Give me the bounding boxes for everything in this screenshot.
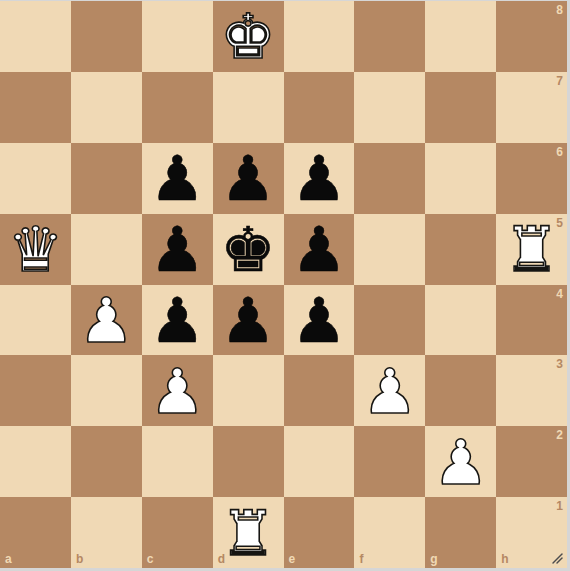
black-pawn[interactable]: ♟ bbox=[220, 290, 276, 352]
square-c6[interactable]: ♟ bbox=[142, 143, 213, 214]
square-b3[interactable] bbox=[71, 355, 142, 426]
square-e4[interactable]: ♟ bbox=[284, 285, 355, 356]
square-d1[interactable]: d♜ bbox=[213, 497, 284, 568]
white-king[interactable]: ♚ bbox=[220, 6, 276, 68]
square-g7[interactable] bbox=[425, 72, 496, 143]
square-a8[interactable] bbox=[0, 1, 71, 72]
square-b6[interactable] bbox=[71, 143, 142, 214]
chess-board: ♚87♟♟♟6♛♟♚♟5♜♟♟♟♟4♟♟3♟2abcd♜efg1h bbox=[0, 1, 567, 568]
square-e5[interactable]: ♟ bbox=[284, 214, 355, 285]
black-pawn[interactable]: ♟ bbox=[291, 219, 347, 281]
square-b4[interactable]: ♟ bbox=[71, 285, 142, 356]
square-c1[interactable]: c bbox=[142, 497, 213, 568]
square-h6[interactable]: 6 bbox=[496, 143, 567, 214]
square-g3[interactable] bbox=[425, 355, 496, 426]
black-king[interactable]: ♚ bbox=[220, 219, 276, 281]
square-b8[interactable] bbox=[71, 1, 142, 72]
square-c4[interactable]: ♟ bbox=[142, 285, 213, 356]
square-d8[interactable]: ♚ bbox=[213, 1, 284, 72]
square-f4[interactable] bbox=[354, 285, 425, 356]
square-e3[interactable] bbox=[284, 355, 355, 426]
square-a4[interactable] bbox=[0, 285, 71, 356]
square-g1[interactable]: g bbox=[425, 497, 496, 568]
file-label-g: g bbox=[430, 553, 437, 565]
white-pawn[interactable]: ♟ bbox=[79, 290, 135, 352]
black-pawn[interactable]: ♟ bbox=[291, 148, 347, 210]
square-a3[interactable] bbox=[0, 355, 71, 426]
rank-label-8: 8 bbox=[556, 4, 563, 16]
square-h5[interactable]: 5♜ bbox=[496, 214, 567, 285]
square-b1[interactable]: b bbox=[71, 497, 142, 568]
black-pawn[interactable]: ♟ bbox=[220, 148, 276, 210]
square-f1[interactable]: f bbox=[354, 497, 425, 568]
square-a2[interactable] bbox=[0, 426, 71, 497]
square-h2[interactable]: 2 bbox=[496, 426, 567, 497]
square-b7[interactable] bbox=[71, 72, 142, 143]
file-label-a: a bbox=[5, 553, 12, 565]
square-e2[interactable] bbox=[284, 426, 355, 497]
square-e6[interactable]: ♟ bbox=[284, 143, 355, 214]
square-g6[interactable] bbox=[425, 143, 496, 214]
white-rook[interactable]: ♜ bbox=[220, 503, 276, 565]
rank-label-3: 3 bbox=[556, 358, 563, 370]
white-rook[interactable]: ♜ bbox=[504, 219, 560, 281]
square-h8[interactable]: 8 bbox=[496, 1, 567, 72]
square-h4[interactable]: 4 bbox=[496, 285, 567, 356]
square-d6[interactable]: ♟ bbox=[213, 143, 284, 214]
square-f3[interactable]: ♟ bbox=[354, 355, 425, 426]
square-b2[interactable] bbox=[71, 426, 142, 497]
square-h7[interactable]: 7 bbox=[496, 72, 567, 143]
square-a7[interactable] bbox=[0, 72, 71, 143]
square-a6[interactable] bbox=[0, 143, 71, 214]
white-pawn[interactable]: ♟ bbox=[362, 361, 418, 423]
white-pawn[interactable]: ♟ bbox=[149, 361, 205, 423]
square-c2[interactable] bbox=[142, 426, 213, 497]
board-page: ♚87♟♟♟6♛♟♚♟5♜♟♟♟♟4♟♟3♟2abcd♜efg1h bbox=[0, 0, 570, 571]
rank-label-1: 1 bbox=[556, 500, 563, 512]
rank-label-7: 7 bbox=[556, 75, 563, 87]
square-f8[interactable] bbox=[354, 1, 425, 72]
black-pawn[interactable]: ♟ bbox=[149, 219, 205, 281]
resize-diagonal-lines bbox=[553, 554, 562, 563]
rank-label-2: 2 bbox=[556, 429, 563, 441]
file-label-f: f bbox=[359, 553, 363, 565]
square-c3[interactable]: ♟ bbox=[142, 355, 213, 426]
white-pawn[interactable]: ♟ bbox=[433, 432, 489, 494]
square-d4[interactable]: ♟ bbox=[213, 285, 284, 356]
square-g5[interactable] bbox=[425, 214, 496, 285]
file-label-c: c bbox=[147, 553, 154, 565]
file-label-b: b bbox=[76, 553, 83, 565]
square-e1[interactable]: e bbox=[284, 497, 355, 568]
square-f7[interactable] bbox=[354, 72, 425, 143]
black-pawn[interactable]: ♟ bbox=[291, 290, 347, 352]
square-d2[interactable] bbox=[213, 426, 284, 497]
square-f6[interactable] bbox=[354, 143, 425, 214]
black-pawn[interactable]: ♟ bbox=[149, 290, 205, 352]
white-queen[interactable]: ♛ bbox=[8, 219, 64, 281]
square-f2[interactable] bbox=[354, 426, 425, 497]
square-g8[interactable] bbox=[425, 1, 496, 72]
file-label-h: h bbox=[501, 553, 508, 565]
square-d5[interactable]: ♚ bbox=[213, 214, 284, 285]
square-g4[interactable] bbox=[425, 285, 496, 356]
square-h3[interactable]: 3 bbox=[496, 355, 567, 426]
square-b5[interactable] bbox=[71, 214, 142, 285]
rank-label-4: 4 bbox=[556, 288, 563, 300]
board-resize-handle[interactable] bbox=[550, 551, 564, 565]
square-f5[interactable] bbox=[354, 214, 425, 285]
square-c8[interactable] bbox=[142, 1, 213, 72]
file-label-e: e bbox=[289, 553, 296, 565]
square-c7[interactable] bbox=[142, 72, 213, 143]
square-a5[interactable]: ♛ bbox=[0, 214, 71, 285]
black-pawn[interactable]: ♟ bbox=[149, 148, 205, 210]
square-a1[interactable]: a bbox=[0, 497, 71, 568]
rank-label-6: 6 bbox=[556, 146, 563, 158]
square-g2[interactable]: ♟ bbox=[425, 426, 496, 497]
square-e8[interactable] bbox=[284, 1, 355, 72]
square-c5[interactable]: ♟ bbox=[142, 214, 213, 285]
square-e7[interactable] bbox=[284, 72, 355, 143]
square-d3[interactable] bbox=[213, 355, 284, 426]
square-d7[interactable] bbox=[213, 72, 284, 143]
